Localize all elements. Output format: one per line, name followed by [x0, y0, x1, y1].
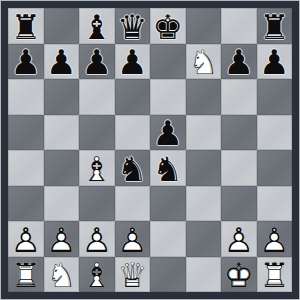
square-h3[interactable]	[257, 186, 293, 222]
square-d2[interactable]: ♟♙	[115, 221, 151, 257]
pawn-outline-glyph: ♙	[44, 222, 80, 258]
black-bishop[interactable]: ♝	[79, 8, 115, 44]
black-pawn[interactable]: ♟	[150, 115, 186, 151]
square-b6[interactable]	[44, 79, 80, 115]
square-d8[interactable]: ♛	[115, 8, 151, 44]
square-h5[interactable]	[257, 115, 293, 151]
bishop-outline-glyph: ♗	[79, 151, 115, 187]
square-f1[interactable]	[186, 257, 222, 293]
square-h1[interactable]: ♜♖	[257, 257, 293, 293]
pawn-glyph: ♟	[150, 115, 186, 151]
square-b4[interactable]	[44, 150, 80, 186]
square-d5[interactable]	[115, 115, 151, 151]
knight-glyph: ♞	[150, 151, 186, 187]
square-e3[interactable]	[150, 186, 186, 222]
pawn-glyph: ♟	[221, 44, 257, 80]
square-b3[interactable]	[44, 186, 80, 222]
square-g4[interactable]	[221, 150, 257, 186]
square-c7[interactable]: ♟	[79, 44, 115, 80]
white-rook[interactable]: ♜♖	[8, 257, 44, 293]
square-a2[interactable]: ♟♙	[8, 221, 44, 257]
white-knight[interactable]: ♞♘	[44, 257, 80, 293]
pawn-outline-glyph: ♙	[221, 222, 257, 258]
square-e6[interactable]	[150, 79, 186, 115]
white-king[interactable]: ♚♔	[221, 257, 257, 293]
square-h7[interactable]: ♟	[257, 44, 293, 80]
square-e2[interactable]	[150, 221, 186, 257]
white-pawn[interactable]: ♟♙	[257, 221, 293, 257]
pawn-glyph: ♟	[257, 44, 293, 80]
square-c4[interactable]: ♝♗	[79, 150, 115, 186]
black-pawn[interactable]: ♟	[221, 44, 257, 80]
square-b2[interactable]: ♟♙	[44, 221, 80, 257]
black-queen[interactable]: ♛	[115, 8, 151, 44]
board-frame: ♜♝♛♚♜♟♟♟♟♞♘♟♟♟♝♗♞♞♟♙♟♙♟♙♟♙♟♙♟♙♜♖♞♘♝♗♛♕♚♔…	[0, 0, 300, 300]
black-knight[interactable]: ♞	[115, 150, 151, 186]
square-h4[interactable]	[257, 150, 293, 186]
bishop-outline-glyph: ♗	[79, 257, 115, 293]
pawn-outline-glyph: ♙	[115, 222, 151, 258]
rook-outline-glyph: ♖	[8, 257, 44, 293]
pawn-outline-glyph: ♙	[8, 222, 44, 258]
white-rook[interactable]: ♜♖	[257, 257, 293, 293]
square-f8[interactable]	[186, 8, 222, 44]
square-e1[interactable]	[150, 257, 186, 293]
black-pawn[interactable]: ♟	[115, 44, 151, 80]
white-queen[interactable]: ♛♕	[115, 257, 151, 293]
knight-glyph: ♞	[115, 151, 151, 187]
white-pawn[interactable]: ♟♙	[115, 221, 151, 257]
square-a1[interactable]: ♜♖	[8, 257, 44, 293]
black-pawn[interactable]: ♟	[79, 44, 115, 80]
square-b7[interactable]: ♟	[44, 44, 80, 80]
square-c3[interactable]	[79, 186, 115, 222]
square-d6[interactable]	[115, 79, 151, 115]
black-pawn[interactable]: ♟	[44, 44, 80, 80]
black-rook[interactable]: ♜	[257, 8, 293, 44]
pawn-glyph: ♟	[115, 44, 151, 80]
pawn-glyph: ♟	[44, 44, 80, 80]
square-g5[interactable]	[221, 115, 257, 151]
pawn-outline-glyph: ♙	[257, 222, 293, 258]
square-g2[interactable]: ♟♙	[221, 221, 257, 257]
square-f2[interactable]	[186, 221, 222, 257]
king-glyph: ♚	[150, 9, 186, 45]
square-e4[interactable]: ♞	[150, 150, 186, 186]
square-c8[interactable]: ♝	[79, 8, 115, 44]
square-g6[interactable]	[221, 79, 257, 115]
queen-glyph: ♛	[115, 9, 151, 45]
square-a3[interactable]	[8, 186, 44, 222]
white-pawn[interactable]: ♟♙	[8, 221, 44, 257]
square-a4[interactable]	[8, 150, 44, 186]
square-b5[interactable]	[44, 115, 80, 151]
square-h6[interactable]	[257, 79, 293, 115]
king-outline-glyph: ♔	[221, 257, 257, 293]
square-c1[interactable]: ♝♗	[79, 257, 115, 293]
square-b8[interactable]	[44, 8, 80, 44]
square-h8[interactable]: ♜	[257, 8, 293, 44]
square-a5[interactable]	[8, 115, 44, 151]
pawn-glyph: ♟	[79, 44, 115, 80]
chess-board: ♜♝♛♚♜♟♟♟♟♞♘♟♟♟♝♗♞♞♟♙♟♙♟♙♟♙♟♙♟♙♜♖♞♘♝♗♛♕♚♔…	[8, 8, 292, 292]
square-e8[interactable]: ♚	[150, 8, 186, 44]
square-d7[interactable]: ♟	[115, 44, 151, 80]
square-c5[interactable]	[79, 115, 115, 151]
square-g7[interactable]: ♟	[221, 44, 257, 80]
square-a8[interactable]: ♜	[8, 8, 44, 44]
square-f6[interactable]	[186, 79, 222, 115]
white-bishop[interactable]: ♝♗	[79, 150, 115, 186]
knight-outline-glyph: ♘	[44, 257, 80, 293]
square-c6[interactable]	[79, 79, 115, 115]
black-pawn[interactable]: ♟	[257, 44, 293, 80]
black-king[interactable]: ♚	[150, 8, 186, 44]
square-f3[interactable]	[186, 186, 222, 222]
square-g1[interactable]: ♚♔	[221, 257, 257, 293]
rook-glyph: ♜	[8, 9, 44, 45]
square-f4[interactable]	[186, 150, 222, 186]
white-pawn[interactable]: ♟♙	[44, 221, 80, 257]
black-knight[interactable]: ♞	[150, 150, 186, 186]
square-d3[interactable]	[115, 186, 151, 222]
pawn-glyph: ♟	[8, 44, 44, 80]
white-pawn[interactable]: ♟♙	[221, 221, 257, 257]
queen-outline-glyph: ♕	[115, 257, 151, 293]
square-e7[interactable]	[150, 44, 186, 80]
rook-outline-glyph: ♖	[257, 257, 293, 293]
black-rook[interactable]: ♜	[8, 8, 44, 44]
square-h2[interactable]: ♟♙	[257, 221, 293, 257]
square-c2[interactable]: ♟♙	[79, 221, 115, 257]
square-e5[interactable]: ♟	[150, 115, 186, 151]
pawn-outline-glyph: ♙	[79, 222, 115, 258]
knight-outline-glyph: ♘	[186, 44, 222, 80]
square-b1[interactable]: ♞♘	[44, 257, 80, 293]
square-g3[interactable]	[221, 186, 257, 222]
square-a6[interactable]	[8, 79, 44, 115]
rook-glyph: ♜	[257, 9, 293, 45]
square-f7[interactable]: ♞♘	[186, 44, 222, 80]
white-pawn[interactable]: ♟♙	[79, 221, 115, 257]
bishop-glyph: ♝	[79, 9, 115, 45]
white-bishop[interactable]: ♝♗	[79, 257, 115, 293]
square-g8[interactable]	[221, 8, 257, 44]
square-d4[interactable]: ♞	[115, 150, 151, 186]
square-a7[interactable]: ♟	[8, 44, 44, 80]
white-knight[interactable]: ♞♘	[186, 44, 222, 80]
square-d1[interactable]: ♛♕	[115, 257, 151, 293]
square-f5[interactable]	[186, 115, 222, 151]
black-pawn[interactable]: ♟	[8, 44, 44, 80]
